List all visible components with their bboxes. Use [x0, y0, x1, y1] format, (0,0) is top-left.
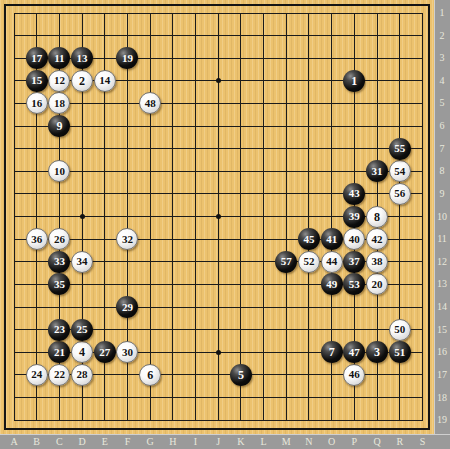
row-label-5: 5: [435, 97, 449, 109]
col-label-N: N: [301, 436, 317, 448]
stone-number: 9: [56, 120, 62, 132]
row-label-16: 16: [435, 346, 449, 358]
col-label-Q: Q: [369, 436, 385, 448]
stone-55-black-R7[interactable]: 55: [389, 138, 411, 160]
row-label-12: 12: [435, 256, 449, 268]
stone-43-black-P9[interactable]: 43: [343, 183, 365, 205]
stone-54-white-R8[interactable]: 54: [389, 160, 411, 182]
stone-number: 47: [349, 346, 360, 357]
stone-30-white-F16[interactable]: 30: [116, 341, 138, 363]
col-label-P: P: [346, 436, 362, 448]
goban[interactable]: 1234567891011121314151617181920212223242…: [0, 0, 434, 434]
star-point-J10: [216, 214, 221, 219]
stone-number: 2: [79, 74, 85, 86]
stone-34-white-D12[interactable]: 34: [71, 251, 93, 273]
grid-line-v-I: [195, 13, 196, 421]
row-label-19: 19: [435, 414, 449, 426]
stone-22-white-C17[interactable]: 22: [48, 364, 70, 386]
stone-9-black-C6[interactable]: 9: [48, 115, 70, 137]
stone-7-black-O16[interactable]: 7: [321, 341, 343, 363]
row-label-14: 14: [435, 301, 449, 313]
stone-number: 43: [349, 188, 360, 199]
stone-56-white-R9[interactable]: 56: [389, 183, 411, 205]
stone-number: 38: [372, 256, 383, 267]
stone-number: 18: [54, 97, 65, 108]
col-label-E: E: [97, 436, 113, 448]
stone-26-white-C11[interactable]: 26: [48, 228, 70, 250]
stone-number: 53: [349, 278, 360, 289]
stone-number: 56: [394, 188, 405, 199]
stone-number: 16: [31, 97, 42, 108]
stone-6-white-G17[interactable]: 6: [139, 364, 161, 386]
stone-45-black-N11[interactable]: 45: [298, 228, 320, 250]
stone-number: 12: [54, 75, 65, 86]
stone-number: 15: [31, 75, 42, 86]
grid-line-h-1: [14, 13, 423, 14]
grid-line-h-19: [14, 420, 423, 421]
col-label-B: B: [29, 436, 45, 448]
stone-number: 19: [122, 52, 133, 63]
stone-46-white-P17[interactable]: 46: [343, 364, 365, 386]
stone-23-black-C15[interactable]: 23: [48, 319, 70, 341]
stone-number: 42: [372, 233, 383, 244]
stone-number: 24: [31, 369, 42, 380]
go-diagram-page: 1234567891011121314151617181920212223242…: [0, 0, 450, 449]
stone-21-black-C16[interactable]: 21: [48, 341, 70, 363]
grid-line-v-K: [240, 13, 241, 421]
grid-line-v-G: [150, 13, 151, 421]
stone-number: 6: [147, 368, 153, 380]
stone-39-black-P10[interactable]: 39: [343, 206, 365, 228]
stone-number: 35: [54, 278, 65, 289]
col-label-C: C: [51, 436, 67, 448]
stone-42-white-Q11[interactable]: 42: [366, 228, 388, 250]
stone-number: 30: [122, 346, 133, 357]
star-point-J4: [216, 78, 221, 83]
stone-number: 44: [326, 256, 337, 267]
stone-number: 41: [326, 233, 337, 244]
col-label-L: L: [256, 436, 272, 448]
stone-number: 29: [122, 301, 133, 312]
stone-number: 57: [281, 256, 292, 267]
row-label-gutter: [434, 0, 450, 449]
stone-48-white-G5[interactable]: 48: [139, 92, 161, 114]
row-label-17: 17: [435, 369, 449, 381]
stone-4-white-D16[interactable]: 4: [71, 341, 93, 363]
stone-number: 21: [54, 346, 65, 357]
row-label-10: 10: [435, 211, 449, 223]
col-label-R: R: [392, 436, 408, 448]
row-label-2: 2: [435, 30, 449, 42]
stone-number: 37: [349, 256, 360, 267]
stone-44-white-O12[interactable]: 44: [321, 251, 343, 273]
stone-number: 26: [54, 233, 65, 244]
stone-28-white-D17[interactable]: 28: [71, 364, 93, 386]
grid-line-h-14: [14, 307, 423, 308]
stone-number: 32: [122, 233, 133, 244]
stone-1-black-P4[interactable]: 1: [343, 70, 365, 92]
stone-number: 4: [79, 346, 85, 358]
stone-36-white-B11[interactable]: 36: [26, 228, 48, 250]
stone-32-white-F11[interactable]: 32: [116, 228, 138, 250]
stone-40-white-P11[interactable]: 40: [343, 228, 365, 250]
grid-line-h-8: [14, 171, 423, 172]
stone-24-white-B17[interactable]: 24: [26, 364, 48, 386]
stone-number: 1: [351, 74, 357, 86]
stone-47-black-P16[interactable]: 47: [343, 341, 365, 363]
stone-number: 23: [54, 324, 65, 335]
grid-line-v-M: [286, 13, 287, 421]
row-label-7: 7: [435, 143, 449, 155]
star-point-D10: [80, 214, 85, 219]
stone-number: 34: [77, 256, 88, 267]
stone-number: 10: [54, 165, 65, 176]
stone-number: 33: [54, 256, 65, 267]
stone-33-black-C12[interactable]: 33: [48, 251, 70, 273]
star-point-J16: [216, 350, 221, 355]
col-label-D: D: [74, 436, 90, 448]
stone-number: 20: [372, 278, 383, 289]
stone-5-black-K17[interactable]: 5: [230, 364, 252, 386]
stone-17-black-B3[interactable]: 17: [26, 47, 48, 69]
stone-49-black-O13[interactable]: 49: [321, 273, 343, 295]
row-label-4: 4: [435, 75, 449, 87]
grid-line-v-A: [14, 13, 15, 421]
stone-number: 36: [31, 233, 42, 244]
stone-number: 11: [54, 52, 64, 63]
grid-line-v-L: [263, 13, 264, 421]
stone-20-white-Q13[interactable]: 20: [366, 273, 388, 295]
stone-2-white-D4[interactable]: 2: [71, 70, 93, 92]
grid-line-h-18: [14, 397, 423, 398]
stone-19-black-F3[interactable]: 19: [116, 47, 138, 69]
stone-51-black-R16[interactable]: 51: [389, 341, 411, 363]
stone-number: 17: [31, 52, 42, 63]
grid-line-h-5: [14, 103, 423, 104]
stone-3-black-Q16[interactable]: 3: [366, 341, 388, 363]
stone-50-white-R15[interactable]: 50: [389, 319, 411, 341]
stone-38-white-Q12[interactable]: 38: [366, 251, 388, 273]
stone-11-black-C3[interactable]: 11: [48, 47, 70, 69]
stone-number: 28: [77, 369, 88, 380]
grid-line-v-S: [422, 13, 423, 421]
stone-number: 48: [145, 97, 156, 108]
col-label-S: S: [414, 436, 430, 448]
col-label-J: J: [210, 436, 226, 448]
stone-10-white-C8[interactable]: 10: [48, 160, 70, 182]
row-label-11: 11: [435, 233, 449, 245]
stone-number: 13: [77, 52, 88, 63]
stone-number: 40: [349, 233, 360, 244]
grid-line-h-2: [14, 35, 423, 36]
stone-29-black-F14[interactable]: 29: [116, 296, 138, 318]
col-label-A: A: [6, 436, 22, 448]
stone-number: 46: [349, 369, 360, 380]
stone-number: 3: [374, 346, 380, 358]
grid-line-h-7: [14, 148, 423, 149]
stone-14-white-E4[interactable]: 14: [94, 70, 116, 92]
row-label-9: 9: [435, 188, 449, 200]
stone-number: 52: [303, 256, 314, 267]
row-label-6: 6: [435, 120, 449, 132]
grid-line-v-H: [172, 13, 173, 421]
grid-line-h-6: [14, 126, 423, 127]
stone-18-white-C5[interactable]: 18: [48, 92, 70, 114]
stone-13-black-D3[interactable]: 13: [71, 47, 93, 69]
stone-41-black-O11[interactable]: 41: [321, 228, 343, 250]
stone-number: 14: [99, 75, 110, 86]
stone-number: 31: [372, 165, 383, 176]
stone-25-black-D15[interactable]: 25: [71, 319, 93, 341]
stone-53-black-P13[interactable]: 53: [343, 273, 365, 295]
col-label-F: F: [119, 436, 135, 448]
row-label-18: 18: [435, 392, 449, 404]
row-label-13: 13: [435, 278, 449, 290]
col-label-H: H: [165, 436, 181, 448]
stone-number: 39: [349, 211, 360, 222]
stone-number: 8: [374, 210, 380, 222]
stone-27-black-E16[interactable]: 27: [94, 341, 116, 363]
stone-number: 54: [394, 165, 405, 176]
col-label-G: G: [142, 436, 158, 448]
row-label-15: 15: [435, 324, 449, 336]
col-label-O: O: [324, 436, 340, 448]
stone-12-white-C4[interactable]: 12: [48, 70, 70, 92]
stone-57-black-M12[interactable]: 57: [275, 251, 297, 273]
col-label-I: I: [188, 436, 204, 448]
stone-number: 55: [394, 143, 405, 154]
stone-31-black-Q8[interactable]: 31: [366, 160, 388, 182]
stone-16-white-B5[interactable]: 16: [26, 92, 48, 114]
row-label-8: 8: [435, 165, 449, 177]
col-label-M: M: [278, 436, 294, 448]
stone-15-black-B4[interactable]: 15: [26, 70, 48, 92]
stone-number: 27: [99, 346, 110, 357]
stone-number: 25: [77, 324, 88, 335]
stone-number: 22: [54, 369, 65, 380]
stone-number: 50: [394, 324, 405, 335]
stone-number: 5: [238, 368, 244, 380]
row-label-3: 3: [435, 52, 449, 64]
stone-52-white-N12[interactable]: 52: [298, 251, 320, 273]
row-label-1: 1: [435, 7, 449, 19]
col-label-K: K: [233, 436, 249, 448]
stone-8-white-Q10[interactable]: 8: [366, 206, 388, 228]
stone-number: 7: [329, 346, 335, 358]
stone-number: 49: [326, 278, 337, 289]
stone-number: 51: [394, 346, 405, 357]
stone-35-black-C13[interactable]: 35: [48, 273, 70, 295]
stone-37-black-P12[interactable]: 37: [343, 251, 365, 273]
grid-line-v-N: [308, 13, 309, 421]
stone-number: 45: [303, 233, 314, 244]
